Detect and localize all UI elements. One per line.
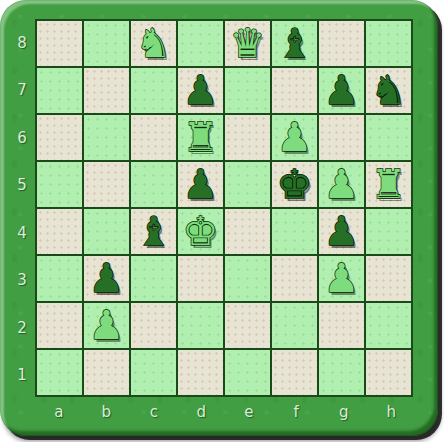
square-g3[interactable]: ♟ <box>319 256 364 301</box>
black-pawn[interactable]: ♟ <box>324 211 360 251</box>
square-d5[interactable]: ♟ <box>178 162 223 207</box>
square-a5[interactable] <box>37 162 82 207</box>
square-b7[interactable] <box>84 68 129 113</box>
square-h6[interactable] <box>366 115 411 160</box>
square-e1[interactable] <box>225 350 270 395</box>
square-a6[interactable] <box>37 115 82 160</box>
square-h2[interactable] <box>366 303 411 348</box>
square-g2[interactable] <box>319 303 364 348</box>
white-queen[interactable]: ♛ <box>230 23 266 63</box>
square-b2[interactable]: ♟ <box>84 303 129 348</box>
square-e4[interactable] <box>225 209 270 254</box>
rank-label-4: 4 <box>9 209 35 257</box>
square-c1[interactable] <box>131 350 176 395</box>
white-pawn[interactable]: ♟ <box>89 305 125 345</box>
file-label-e: e <box>225 399 273 425</box>
square-b8[interactable] <box>84 21 129 66</box>
rank-label-6: 6 <box>9 114 35 162</box>
rank-label-5: 5 <box>9 162 35 210</box>
white-knight[interactable]: ♞ <box>136 23 172 63</box>
square-a3[interactable] <box>37 256 82 301</box>
square-f8[interactable]: ♝ <box>272 21 317 66</box>
square-h7[interactable]: ♞ <box>366 68 411 113</box>
square-e6[interactable] <box>225 115 270 160</box>
chess-board: ♞♛♝♟♟♞♜♟♟♚♟♜♝♚♟♟♟♟ <box>35 19 413 397</box>
black-pawn[interactable]: ♟ <box>324 70 360 110</box>
white-pawn[interactable]: ♟ <box>324 258 360 298</box>
square-g8[interactable] <box>319 21 364 66</box>
black-bishop[interactable]: ♝ <box>136 211 172 251</box>
square-f5[interactable]: ♚ <box>272 162 317 207</box>
square-b3[interactable]: ♟ <box>84 256 129 301</box>
rank-label-8: 8 <box>9 19 35 67</box>
square-h5[interactable]: ♜ <box>366 162 411 207</box>
black-pawn[interactable]: ♟ <box>183 70 219 110</box>
rank-labels: 87654321 <box>0 19 35 399</box>
black-pawn[interactable]: ♟ <box>183 164 219 204</box>
white-pawn[interactable]: ♟ <box>277 117 313 157</box>
square-h3[interactable] <box>366 256 411 301</box>
square-h1[interactable] <box>366 350 411 395</box>
square-f3[interactable] <box>272 256 317 301</box>
white-rook[interactable]: ♜ <box>183 117 219 157</box>
black-bishop[interactable]: ♝ <box>277 23 313 63</box>
file-label-c: c <box>130 399 178 425</box>
square-g1[interactable] <box>319 350 364 395</box>
chess-app: 87654321 abcdefgh ♞♛♝♟♟♞♜♟♟♚♟♜♝♚♟♟♟♟ <box>0 0 444 442</box>
square-d4[interactable]: ♚ <box>178 209 223 254</box>
black-knight[interactable]: ♞ <box>371 70 407 110</box>
file-labels: abcdefgh <box>35 399 415 425</box>
square-a7[interactable] <box>37 68 82 113</box>
square-d8[interactable] <box>178 21 223 66</box>
square-f6[interactable]: ♟ <box>272 115 317 160</box>
black-king[interactable]: ♚ <box>277 164 313 204</box>
square-c4[interactable]: ♝ <box>131 209 176 254</box>
square-f7[interactable] <box>272 68 317 113</box>
white-pawn[interactable]: ♟ <box>324 164 360 204</box>
square-c6[interactable] <box>131 115 176 160</box>
square-f4[interactable] <box>272 209 317 254</box>
file-label-a: a <box>35 399 83 425</box>
square-e5[interactable] <box>225 162 270 207</box>
square-d3[interactable] <box>178 256 223 301</box>
square-f1[interactable] <box>272 350 317 395</box>
square-e8[interactable]: ♛ <box>225 21 270 66</box>
file-label-d: d <box>178 399 226 425</box>
square-e2[interactable] <box>225 303 270 348</box>
square-c7[interactable] <box>131 68 176 113</box>
square-d7[interactable]: ♟ <box>178 68 223 113</box>
square-e3[interactable] <box>225 256 270 301</box>
white-rook[interactable]: ♜ <box>371 164 407 204</box>
square-e7[interactable] <box>225 68 270 113</box>
square-d6[interactable]: ♜ <box>178 115 223 160</box>
board-frame: 87654321 abcdefgh ♞♛♝♟♟♞♜♟♟♚♟♜♝♚♟♟♟♟ <box>0 0 438 436</box>
square-a8[interactable] <box>37 21 82 66</box>
square-c5[interactable] <box>131 162 176 207</box>
square-d1[interactable] <box>178 350 223 395</box>
rank-label-1: 1 <box>9 352 35 400</box>
rank-label-2: 2 <box>9 304 35 352</box>
square-g5[interactable]: ♟ <box>319 162 364 207</box>
square-f2[interactable] <box>272 303 317 348</box>
square-b1[interactable] <box>84 350 129 395</box>
square-h8[interactable] <box>366 21 411 66</box>
file-label-b: b <box>83 399 131 425</box>
square-a4[interactable] <box>37 209 82 254</box>
square-b6[interactable] <box>84 115 129 160</box>
square-a2[interactable] <box>37 303 82 348</box>
square-c3[interactable] <box>131 256 176 301</box>
square-h4[interactable] <box>366 209 411 254</box>
square-a1[interactable] <box>37 350 82 395</box>
rank-label-3: 3 <box>9 257 35 305</box>
square-b5[interactable] <box>84 162 129 207</box>
square-g6[interactable] <box>319 115 364 160</box>
file-label-f: f <box>273 399 321 425</box>
file-label-g: g <box>320 399 368 425</box>
square-g7[interactable]: ♟ <box>319 68 364 113</box>
square-b4[interactable] <box>84 209 129 254</box>
square-c8[interactable]: ♞ <box>131 21 176 66</box>
square-d2[interactable] <box>178 303 223 348</box>
file-label-h: h <box>368 399 416 425</box>
black-pawn[interactable]: ♟ <box>89 258 125 298</box>
square-c2[interactable] <box>131 303 176 348</box>
square-g4[interactable]: ♟ <box>319 209 364 254</box>
white-king[interactable]: ♚ <box>183 211 219 251</box>
rank-label-7: 7 <box>9 67 35 115</box>
